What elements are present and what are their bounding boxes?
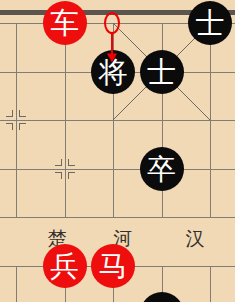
grid-line-h <box>0 169 235 170</box>
river-label: 汉 <box>186 226 205 252</box>
black-piece-partial[interactable] <box>140 292 184 302</box>
grid-line-v <box>16 266 17 302</box>
black-general[interactable]: 将 <box>91 50 135 94</box>
red-soldier[interactable]: 兵 <box>43 244 87 288</box>
grid-line-h <box>0 120 235 121</box>
red-horse[interactable]: 马 <box>91 244 135 288</box>
grid-line-v <box>210 266 211 302</box>
grid-line-v <box>65 23 66 217</box>
point-marker <box>55 159 75 179</box>
grid-line-h <box>0 217 235 218</box>
xiangqi-board[interactable]: 楚河汉 车士将士卒兵马 <box>0 0 235 302</box>
grid-line-v <box>210 23 211 217</box>
black-advisor-a[interactable]: 士 <box>188 1 232 45</box>
red-chariot[interactable]: 车 <box>43 1 87 45</box>
black-soldier[interactable]: 卒 <box>140 147 184 191</box>
black-advisor-b[interactable]: 士 <box>140 50 184 94</box>
point-marker <box>6 110 26 130</box>
